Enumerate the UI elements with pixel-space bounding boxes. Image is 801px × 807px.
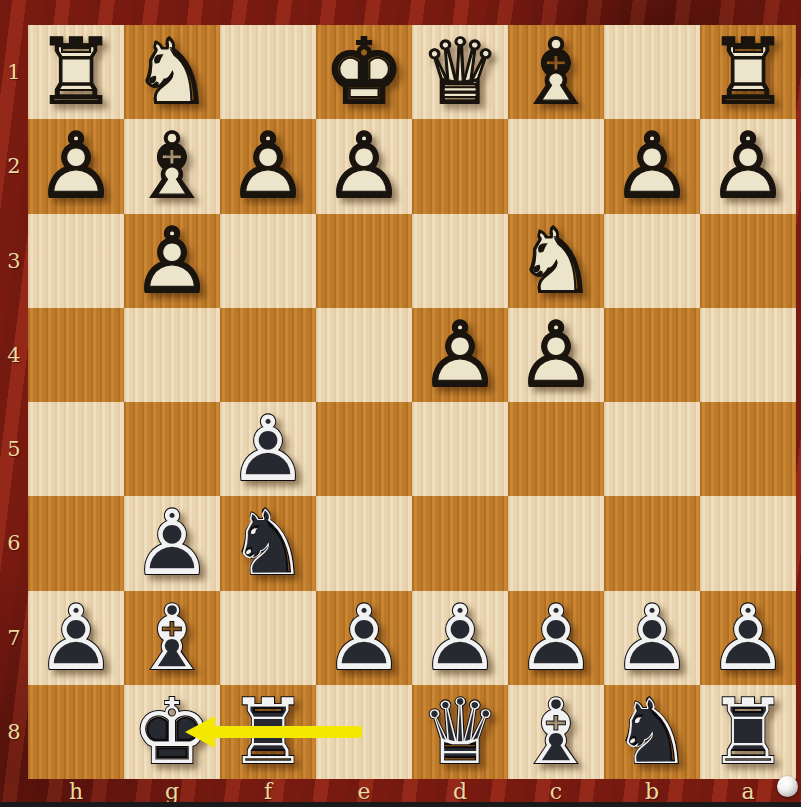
square-g7[interactable]: ♝♗ [124, 591, 220, 685]
square-h1[interactable]: ♜♖ [28, 25, 124, 119]
square-g2[interactable]: ♝♗ [124, 119, 220, 213]
square-d8[interactable]: ♛♕ [412, 685, 508, 779]
board-grid: ♜♖♞♘♚♔♛♕♝♗♜♖♟♙♝♗♟♙♟♙♟♙♟♙♟♙♞♘♟♙♟♙♟♙♟♙♞♘♟♙… [28, 25, 796, 779]
file-label-g: g [124, 779, 220, 804]
square-a2[interactable]: ♟♙ [700, 119, 796, 213]
white-bishop-g2[interactable]: ♝♗ [124, 119, 220, 213]
piece-glyph-outline: ♕ [412, 25, 508, 119]
piece-glyph-outline: ♖ [220, 685, 316, 779]
window-bottom-edge [0, 802, 801, 807]
square-b2[interactable]: ♟♙ [604, 119, 700, 213]
square-f6[interactable]: ♞♘ [220, 496, 316, 590]
black-rook-a8[interactable]: ♜♖ [700, 685, 796, 779]
piece-glyph-outline: ♘ [124, 25, 220, 119]
black-pawn-a7[interactable]: ♟♙ [700, 591, 796, 685]
square-c3[interactable]: ♞♘ [508, 214, 604, 308]
square-h3[interactable] [28, 214, 124, 308]
piece-glyph-outline: ♙ [412, 308, 508, 402]
square-b6[interactable] [604, 496, 700, 590]
square-d4[interactable]: ♟♙ [412, 308, 508, 402]
square-a1[interactable]: ♜♖ [700, 25, 796, 119]
black-rook-f8[interactable]: ♜♖ [220, 685, 316, 779]
white-pawn-f2[interactable]: ♟♙ [220, 119, 316, 213]
square-g6[interactable]: ♟♙ [124, 496, 220, 590]
square-c8[interactable]: ♝♗ [508, 685, 604, 779]
piece-glyph-outline: ♕ [412, 685, 508, 779]
piece-glyph-outline: ♙ [604, 119, 700, 213]
black-bishop-c8[interactable]: ♝♗ [508, 685, 604, 779]
square-e6[interactable] [316, 496, 412, 590]
square-h5[interactable] [28, 402, 124, 496]
piece-glyph-outline: ♙ [316, 119, 412, 213]
black-pawn-c7[interactable]: ♟♙ [508, 591, 604, 685]
black-knight-b8[interactable]: ♞♘ [604, 685, 700, 779]
piece-glyph-outline: ♘ [604, 685, 700, 779]
chessboard-window: ♜♖♞♘♚♔♛♕♝♗♜♖♟♙♝♗♟♙♟♙♟♙♟♙♟♙♞♘♟♙♟♙♟♙♟♙♞♘♟♙… [0, 0, 801, 807]
white-pawn-d4[interactable]: ♟♙ [412, 308, 508, 402]
file-label-c: c [508, 779, 604, 804]
black-pawn-b7[interactable]: ♟♙ [604, 591, 700, 685]
square-b3[interactable] [604, 214, 700, 308]
piece-glyph-outline: ♗ [124, 119, 220, 213]
square-c7[interactable]: ♟♙ [508, 591, 604, 685]
piece-glyph-outline: ♙ [700, 591, 796, 685]
black-bishop-g7[interactable]: ♝♗ [124, 591, 220, 685]
square-b5[interactable] [604, 402, 700, 496]
white-pawn-h2[interactable]: ♟♙ [28, 119, 124, 213]
piece-glyph-outline: ♙ [220, 402, 316, 496]
square-d1[interactable]: ♛♕ [412, 25, 508, 119]
square-g8[interactable]: ♚♔ [124, 685, 220, 779]
square-h6[interactable] [28, 496, 124, 590]
white-rook-a1[interactable]: ♜♖ [700, 25, 796, 119]
black-pawn-f5[interactable]: ♟♙ [220, 402, 316, 496]
white-pawn-e2[interactable]: ♟♙ [316, 119, 412, 213]
piece-glyph-outline: ♙ [28, 119, 124, 213]
square-b8[interactable]: ♞♘ [604, 685, 700, 779]
black-king-g8[interactable]: ♚♔ [124, 685, 220, 779]
white-queen-d1[interactable]: ♛♕ [412, 25, 508, 119]
square-f2[interactable]: ♟♙ [220, 119, 316, 213]
white-pawn-b2[interactable]: ♟♙ [604, 119, 700, 213]
file-label-h: h [28, 779, 124, 804]
square-f3[interactable] [220, 214, 316, 308]
square-c4[interactable]: ♟♙ [508, 308, 604, 402]
square-a3[interactable] [700, 214, 796, 308]
square-f4[interactable] [220, 308, 316, 402]
white-knight-g1[interactable]: ♞♘ [124, 25, 220, 119]
piece-glyph-outline: ♔ [124, 685, 220, 779]
square-f7[interactable] [220, 591, 316, 685]
file-label-e: e [316, 779, 412, 804]
black-pawn-g6[interactable]: ♟♙ [124, 496, 220, 590]
square-e2[interactable]: ♟♙ [316, 119, 412, 213]
piece-glyph-outline: ♙ [220, 119, 316, 213]
piece-glyph-outline: ♙ [508, 591, 604, 685]
square-c2[interactable] [508, 119, 604, 213]
square-g4[interactable] [124, 308, 220, 402]
piece-glyph-outline: ♙ [316, 591, 412, 685]
rank-label-8: 8 [0, 685, 28, 779]
square-e3[interactable] [316, 214, 412, 308]
white-rook-h1[interactable]: ♜♖ [28, 25, 124, 119]
square-c1[interactable]: ♝♗ [508, 25, 604, 119]
rank-label-3: 3 [0, 214, 28, 308]
piece-glyph-outline: ♙ [604, 591, 700, 685]
square-g5[interactable] [124, 402, 220, 496]
piece-glyph-outline: ♙ [508, 308, 604, 402]
square-b1[interactable] [604, 25, 700, 119]
square-h2[interactable]: ♟♙ [28, 119, 124, 213]
square-d5[interactable] [412, 402, 508, 496]
square-f8[interactable]: ♜♖ [220, 685, 316, 779]
square-c6[interactable] [508, 496, 604, 590]
piece-glyph-outline: ♙ [124, 496, 220, 590]
square-e8[interactable] [316, 685, 412, 779]
file-label-f: f [220, 779, 316, 804]
square-d6[interactable] [412, 496, 508, 590]
white-bishop-c1[interactable]: ♝♗ [508, 25, 604, 119]
square-h4[interactable] [28, 308, 124, 402]
square-a5[interactable] [700, 402, 796, 496]
file-label-d: d [412, 779, 508, 804]
rank-label-7: 7 [0, 591, 28, 685]
rank-label-4: 4 [0, 308, 28, 402]
piece-glyph-outline: ♖ [28, 25, 124, 119]
black-knight-f6[interactable]: ♞♘ [220, 496, 316, 590]
square-b7[interactable]: ♟♙ [604, 591, 700, 685]
square-f1[interactable] [220, 25, 316, 119]
file-labels: hgfedcba [28, 779, 796, 802]
rank-label-6: 6 [0, 496, 28, 590]
piece-glyph-outline: ♙ [28, 591, 124, 685]
square-a8[interactable]: ♜♖ [700, 685, 796, 779]
rank-label-1: 1 [0, 25, 28, 119]
square-d7[interactable]: ♟♙ [412, 591, 508, 685]
white-pawn-g3[interactable]: ♟♙ [124, 214, 220, 308]
piece-glyph-outline: ♖ [700, 25, 796, 119]
rank-label-2: 2 [0, 119, 28, 213]
square-h8[interactable] [28, 685, 124, 779]
piece-glyph-outline: ♗ [124, 591, 220, 685]
square-d3[interactable] [412, 214, 508, 308]
square-f5[interactable]: ♟♙ [220, 402, 316, 496]
square-e4[interactable] [316, 308, 412, 402]
square-e5[interactable] [316, 402, 412, 496]
square-g1[interactable]: ♞♘ [124, 25, 220, 119]
piece-glyph-outline: ♗ [508, 25, 604, 119]
square-a6[interactable] [700, 496, 796, 590]
black-pawn-e7[interactable]: ♟♙ [316, 591, 412, 685]
piece-glyph-outline: ♘ [508, 214, 604, 308]
square-d2[interactable] [412, 119, 508, 213]
rank-label-5: 5 [0, 402, 28, 496]
black-queen-d8[interactable]: ♛♕ [412, 685, 508, 779]
piece-glyph-outline: ♙ [412, 591, 508, 685]
white-knight-c3[interactable]: ♞♘ [508, 214, 604, 308]
white-pawn-c4[interactable]: ♟♙ [508, 308, 604, 402]
piece-glyph-outline: ♗ [508, 685, 604, 779]
piece-glyph-outline: ♔ [316, 25, 412, 119]
piece-glyph-outline: ♘ [220, 496, 316, 590]
black-pawn-h7[interactable]: ♟♙ [28, 591, 124, 685]
file-label-b: b [604, 779, 700, 804]
piece-glyph-outline: ♙ [700, 119, 796, 213]
piece-glyph-outline: ♙ [124, 214, 220, 308]
square-g3[interactable]: ♟♙ [124, 214, 220, 308]
square-a4[interactable] [700, 308, 796, 402]
square-b4[interactable] [604, 308, 700, 402]
square-a7[interactable]: ♟♙ [700, 591, 796, 685]
piece-glyph-outline: ♖ [700, 685, 796, 779]
rank-labels: 12345678 [0, 25, 28, 779]
black-pawn-d7[interactable]: ♟♙ [412, 591, 508, 685]
white-pawn-a2[interactable]: ♟♙ [700, 119, 796, 213]
square-e1[interactable]: ♚♔ [316, 25, 412, 119]
square-e7[interactable]: ♟♙ [316, 591, 412, 685]
square-h7[interactable]: ♟♙ [28, 591, 124, 685]
square-c5[interactable] [508, 402, 604, 496]
side-to-move-indicator [777, 776, 798, 797]
white-king-e1[interactable]: ♚♔ [316, 25, 412, 119]
